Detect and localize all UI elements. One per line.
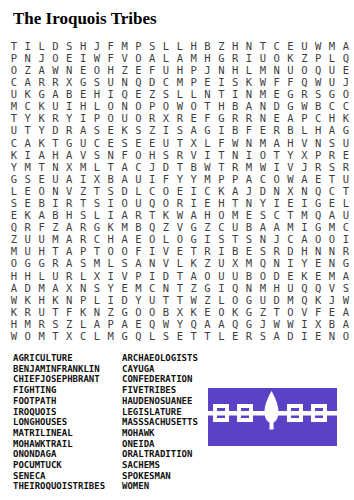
grid-cell: B — [284, 125, 298, 137]
grid-cell: M — [256, 137, 270, 149]
grid-cell: T — [187, 330, 201, 342]
grid-cell: B — [201, 40, 215, 52]
grid-cell: U — [7, 88, 21, 100]
grid-cell: G — [118, 306, 132, 318]
grid-cell: N — [201, 88, 215, 100]
grid-cell: T — [173, 282, 187, 294]
grid-cell: G — [242, 318, 256, 330]
grid-cell: W — [256, 76, 270, 88]
grid-cell: Q — [145, 197, 159, 209]
grid-cell: N — [256, 113, 270, 125]
grid-cell: Q — [297, 76, 311, 88]
word-item: ONEIDA — [122, 439, 198, 450]
grid-cell: H — [201, 52, 215, 64]
grid-cell: T — [48, 330, 62, 342]
grid-cell: E — [131, 64, 145, 76]
word-list-right: ARCHAEOLOGISTSCAYUGACONFEDERATIONFIVETRI… — [122, 353, 198, 492]
grid-cell: T — [76, 197, 90, 209]
grid-cell: K — [118, 125, 132, 137]
grid-cell: A — [325, 209, 339, 221]
grid-cell: J — [35, 52, 49, 64]
grid-cell: B — [242, 221, 256, 233]
grid-cell: L — [187, 88, 201, 100]
grid-cell: W — [339, 294, 353, 306]
grid-cell: Q — [145, 221, 159, 233]
grid-cell: E — [7, 209, 21, 221]
grid-cell: S — [118, 258, 132, 270]
grid-cell: G — [242, 294, 256, 306]
grid-cell: M — [173, 76, 187, 88]
grid-cell: T — [173, 161, 187, 173]
grid-cell: E — [284, 270, 298, 282]
grid-cell: I — [242, 149, 256, 161]
grid-cell: S — [90, 197, 104, 209]
grid-cell: G — [201, 282, 215, 294]
grid-cell: H — [228, 40, 242, 52]
grid-cell: I — [297, 318, 311, 330]
word-item: CHIEFJOSEPHBRANT — [13, 374, 105, 385]
grid-cell: R — [76, 221, 90, 233]
grid-cell: J — [201, 64, 215, 76]
grid-cell: M — [35, 330, 49, 342]
grid-cell: Z — [201, 258, 215, 270]
grid-cell: H — [173, 64, 187, 76]
grid-cell: U — [339, 137, 353, 149]
grid-cell: A — [242, 173, 256, 185]
grid-cell: L — [35, 40, 49, 52]
grid-cell: N — [270, 258, 284, 270]
grid-cell: F — [145, 64, 159, 76]
grid-cell: C — [256, 173, 270, 185]
grid-cell: I — [187, 185, 201, 197]
grid-cell: A — [131, 258, 145, 270]
word-item: CONFEDERATION — [122, 374, 198, 385]
grid-cell: S — [131, 125, 145, 137]
grid-cell: Y — [7, 161, 21, 173]
grid-cell: S — [145, 40, 159, 52]
grid-cell: M — [118, 40, 132, 52]
grid-cell: A — [76, 125, 90, 137]
grid-cell: G — [284, 100, 298, 112]
grid-cell: R — [48, 113, 62, 125]
grid-cell: N — [76, 282, 90, 294]
grid-cell: W — [173, 100, 187, 112]
word-item: IROQUOIS — [13, 407, 105, 418]
grid-cell: E — [104, 125, 118, 137]
grid-cell: C — [145, 282, 159, 294]
grid-cell: T — [214, 88, 228, 100]
grid-cell: Y — [131, 294, 145, 306]
grid-cell: J — [145, 161, 159, 173]
grid-cell: K — [7, 149, 21, 161]
grid-cell: U — [104, 76, 118, 88]
grid-cell: O — [201, 270, 215, 282]
grid-cell: T — [104, 161, 118, 173]
grid-cell: O — [7, 64, 21, 76]
grid-cell: S — [76, 209, 90, 221]
grid-cell: V — [297, 306, 311, 318]
grid-cell: O — [104, 100, 118, 112]
grid-cell: Y — [187, 173, 201, 185]
grid-cell: R — [297, 88, 311, 100]
grid-cell: X — [159, 113, 173, 125]
grid-cell: K — [7, 306, 21, 318]
grid-cell: F — [242, 125, 256, 137]
grid-cell: Y — [35, 125, 49, 137]
grid-cell: N — [48, 185, 62, 197]
grid-cell: G — [21, 258, 35, 270]
grid-cell: O — [118, 246, 132, 258]
grid-cell: O — [48, 52, 62, 64]
grid-cell: A — [228, 185, 242, 197]
grid-cell: H — [201, 209, 215, 221]
grid-cell: K — [21, 294, 35, 306]
grid-cell: L — [325, 52, 339, 64]
grid-cell: U — [48, 100, 62, 112]
grid-cell: E — [35, 173, 49, 185]
grid-cell: R — [62, 125, 76, 137]
grid-cell: A — [62, 221, 76, 233]
grid-cell: M — [201, 173, 215, 185]
grid-cell: D — [159, 270, 173, 282]
grid-cell: N — [325, 258, 339, 270]
grid-cell: I — [62, 100, 76, 112]
grid-cell: J — [297, 161, 311, 173]
grid-cell: C — [214, 221, 228, 233]
grid-cell: B — [311, 100, 325, 112]
grid-cell: Z — [297, 52, 311, 64]
grid-cell: N — [90, 306, 104, 318]
grid-cell: Z — [48, 221, 62, 233]
grid-cell: Y — [256, 197, 270, 209]
grid-cell: S — [48, 318, 62, 330]
grid-cell: C — [201, 185, 215, 197]
grid-cell: R — [242, 330, 256, 342]
grid-cell: G — [311, 197, 325, 209]
grid-cell: O — [90, 64, 104, 76]
grid-cell: U — [214, 270, 228, 282]
grid-cell: P — [214, 173, 228, 185]
grid-cell: B — [159, 306, 173, 318]
grid-cell: C — [325, 100, 339, 112]
grid-cell: F — [201, 113, 215, 125]
grid-cell: U — [339, 173, 353, 185]
grid-cell: A — [35, 64, 49, 76]
grid-cell: Q — [297, 294, 311, 306]
grid-cell: L — [76, 318, 90, 330]
word-item: BENJAMINFRANKLIN — [13, 364, 105, 375]
grid-cell: M — [187, 52, 201, 64]
grid-cell: B — [62, 88, 76, 100]
grid-cell: G — [35, 88, 49, 100]
grid-cell: T — [35, 161, 49, 173]
grid-cell: D — [118, 185, 132, 197]
grid-cell: O — [270, 173, 284, 185]
grid-cell: U — [339, 209, 353, 221]
grid-cell: H — [187, 40, 201, 52]
grid-cell: I — [76, 52, 90, 64]
grid-cell: U — [131, 197, 145, 209]
grid-cell: A — [339, 270, 353, 282]
word-item: LONGHOUSES — [13, 417, 105, 428]
grid-cell: S — [90, 125, 104, 137]
grid-cell: G — [339, 125, 353, 137]
grid-cell: L — [173, 258, 187, 270]
grid-cell: X — [297, 149, 311, 161]
grid-cell: L — [297, 125, 311, 137]
grid-cell: R — [173, 149, 187, 161]
grid-cell: L — [35, 270, 49, 282]
grid-cell: O — [159, 197, 173, 209]
grid-cell: R — [62, 197, 76, 209]
grid-cell: Z — [187, 282, 201, 294]
grid-cell: I — [76, 113, 90, 125]
grid-cell: M — [90, 258, 104, 270]
grid-cell: I — [270, 197, 284, 209]
grid-cell: E — [62, 52, 76, 64]
grid-cell: U — [145, 294, 159, 306]
grid-cell: M — [297, 209, 311, 221]
grid-cell: W — [228, 137, 242, 149]
grid-cell: O — [131, 306, 145, 318]
grid-cell: T — [7, 40, 21, 52]
grid-cell: M — [7, 246, 21, 258]
grid-cell: O — [311, 234, 325, 246]
grid-cell: U — [7, 125, 21, 137]
word-item: ARCHAEOLOGISTS — [122, 353, 198, 364]
grid-cell: L — [173, 40, 187, 52]
grid-cell: K — [76, 306, 90, 318]
grid-cell: N — [104, 149, 118, 161]
grid-cell: N — [228, 149, 242, 161]
word-item: AGRICULTURE — [13, 353, 105, 364]
grid-cell: G — [62, 137, 76, 149]
grid-cell: N — [242, 88, 256, 100]
grid-cell: O — [7, 258, 21, 270]
grid-cell: X — [62, 76, 76, 88]
grid-cell: A — [118, 161, 132, 173]
grid-cell: H — [297, 246, 311, 258]
grid-cell: P — [187, 64, 201, 76]
grid-cell: S — [256, 246, 270, 258]
grid-cell: Q — [228, 318, 242, 330]
grid-cell: J — [242, 185, 256, 197]
grid-cell: S — [325, 161, 339, 173]
grid-cell: D — [270, 270, 284, 282]
grid-cell: M — [284, 221, 298, 233]
grid-cell: C — [159, 76, 173, 88]
grid-cell: M — [256, 88, 270, 100]
grid-cell: U — [76, 137, 90, 149]
grid-cell: L — [90, 330, 104, 342]
grid-cell: E — [131, 88, 145, 100]
grid-cell: I — [270, 161, 284, 173]
grid-cell: H — [35, 294, 49, 306]
grid-cell: E — [118, 282, 132, 294]
grid-cell: R — [339, 246, 353, 258]
grid-cell: M — [325, 270, 339, 282]
grid-cell: P — [76, 294, 90, 306]
grid-cell: E — [242, 246, 256, 258]
grid-cell: T — [228, 234, 242, 246]
grid-cell: A — [145, 52, 159, 64]
grid-cell: C — [325, 185, 339, 197]
grid-cell: O — [118, 197, 132, 209]
grid-cell: R — [325, 149, 339, 161]
grid-cell: H — [284, 137, 298, 149]
grid-cell: S — [7, 197, 21, 209]
grid-cell: R — [228, 161, 242, 173]
iroquois-flag — [208, 388, 337, 446]
grid-cell: E — [270, 88, 284, 100]
grid-cell: R — [48, 258, 62, 270]
grid-cell: E — [76, 64, 90, 76]
grid-cell: L — [159, 52, 173, 64]
grid-cell: T — [48, 137, 62, 149]
grid-cell: S — [228, 76, 242, 88]
grid-cell: D — [48, 125, 62, 137]
grid-cell: X — [90, 173, 104, 185]
grid-cell: Q — [311, 209, 325, 221]
grid-cell: L — [242, 64, 256, 76]
grid-cell: M — [35, 282, 49, 294]
grid-cell: D — [48, 40, 62, 52]
grid-cell: A — [270, 330, 284, 342]
grid-cell: T — [270, 306, 284, 318]
grid-cell: I — [297, 197, 311, 209]
grid-cell: H — [311, 125, 325, 137]
grid-cell: A — [62, 173, 76, 185]
grid-cell: T — [187, 246, 201, 258]
grid-cell: A — [62, 246, 76, 258]
grid-cell: L — [159, 234, 173, 246]
grid-cell: T — [325, 173, 339, 185]
grid-cell: I — [76, 173, 90, 185]
grid-cell: V — [76, 149, 90, 161]
grid-cell: H — [21, 270, 35, 282]
grid-cell: O — [339, 88, 353, 100]
grid-cell: I — [214, 246, 228, 258]
grid-cell: N — [242, 197, 256, 209]
grid-cell: C — [90, 137, 104, 149]
grid-cell: K — [35, 113, 49, 125]
grid-cell: A — [118, 318, 132, 330]
word-item: FIVETRIBES — [122, 385, 198, 396]
grid-cell: G — [118, 330, 132, 342]
grid-cell: W — [297, 100, 311, 112]
grid-cell: N — [159, 282, 173, 294]
grid-cell: L — [7, 185, 21, 197]
grid-cell: G — [187, 221, 201, 233]
grid-cell: S — [214, 234, 228, 246]
grid-cell: R — [145, 113, 159, 125]
grid-cell: A — [62, 258, 76, 270]
grid-cell: M — [256, 64, 270, 76]
grid-cell: R — [48, 76, 62, 88]
grid-cell: S — [159, 330, 173, 342]
grid-cell: S — [325, 137, 339, 149]
grid-cell: I — [201, 234, 215, 246]
grid-cell: Q — [187, 318, 201, 330]
word-item: FOOTPATH — [13, 396, 105, 407]
grid-cell: M — [242, 161, 256, 173]
grid-cell: I — [297, 330, 311, 342]
grid-cell: O — [270, 52, 284, 64]
grid-cell: K — [284, 52, 298, 64]
grid-cell: K — [21, 88, 35, 100]
grid-cell: V — [159, 246, 173, 258]
grid-cell: P — [228, 173, 242, 185]
grid-cell: O — [187, 100, 201, 112]
grid-cell: X — [228, 258, 242, 270]
grid-cell: V — [62, 185, 76, 197]
grid-cell: D — [270, 294, 284, 306]
grid-cell: R — [339, 161, 353, 173]
grid-cell: H — [7, 318, 21, 330]
grid-cell: E — [311, 330, 325, 342]
grid-cell: E — [311, 173, 325, 185]
grid-cell: K — [48, 294, 62, 306]
grid-cell: G — [187, 234, 201, 246]
grid-cell: S — [90, 149, 104, 161]
grid-cell: S — [90, 282, 104, 294]
grid-cell: B — [228, 246, 242, 258]
grid-cell: S — [21, 173, 35, 185]
grid-cell: Z — [118, 64, 132, 76]
grid-cell: D — [21, 282, 35, 294]
grid-cell: P — [7, 52, 21, 64]
grid-cell: T — [201, 100, 215, 112]
grid-cell: U — [325, 64, 339, 76]
grid-cell: A — [7, 282, 21, 294]
grid-cell: K — [159, 209, 173, 221]
grid-cell: G — [35, 258, 49, 270]
grid-cell: E — [311, 258, 325, 270]
grid-cell: A — [187, 125, 201, 137]
grid-cell: Z — [104, 306, 118, 318]
grid-cell: L — [214, 294, 228, 306]
grid-cell: W — [90, 52, 104, 64]
grid-cell: Q — [339, 52, 353, 64]
grid-cell: U — [21, 234, 35, 246]
grid-cell: M — [104, 330, 118, 342]
grid-cell: R — [21, 306, 35, 318]
grid-cell: N — [48, 161, 62, 173]
grid-cell: V — [173, 221, 187, 233]
grid-cell: X — [62, 282, 76, 294]
word-search-grid: TILDSHJFMPSLLHBZHNTCEUWMAPNJOEIWFVOALAMH… — [7, 40, 353, 342]
grid-cell: H — [214, 100, 228, 112]
grid-cell: E — [339, 149, 353, 161]
grid-cell: U — [256, 294, 270, 306]
grid-cell: E — [104, 137, 118, 149]
word-item: SACHEMS — [122, 460, 198, 471]
grid-cell: U — [48, 270, 62, 282]
grid-cell: N — [270, 64, 284, 76]
grid-cell: A — [35, 209, 49, 221]
grid-cell: T — [339, 185, 353, 197]
grid-cell: W — [311, 40, 325, 52]
grid-cell: T — [256, 40, 270, 52]
grid-cell: F — [118, 149, 132, 161]
grid-cell: O — [104, 113, 118, 125]
grid-cell: N — [214, 64, 228, 76]
grid-cell: M — [21, 318, 35, 330]
grid-cell: O — [159, 100, 173, 112]
word-item: MATRILINEAL — [13, 428, 105, 439]
grid-cell: B — [48, 209, 62, 221]
grid-cell: M — [242, 258, 256, 270]
